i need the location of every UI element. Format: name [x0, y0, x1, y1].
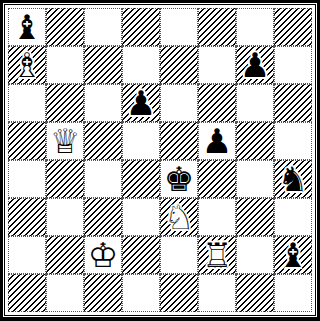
- square-d6[interactable]: ♟♟: [122, 84, 160, 122]
- square-g1[interactable]: [236, 274, 274, 312]
- square-h5[interactable]: [274, 122, 312, 160]
- square-a6[interactable]: [8, 84, 46, 122]
- square-b4[interactable]: [46, 160, 84, 198]
- chessboard-frame: ♝♝♝♗♟♟♟♟♛♕♟♟♚♚♞♞♞♘♚♔♜♖♝♝: [0, 0, 320, 321]
- piece-black-pawn[interactable]: ♟♟: [198, 122, 236, 160]
- square-f3[interactable]: [198, 198, 236, 236]
- square-h6[interactable]: [274, 84, 312, 122]
- piece-black-bishop[interactable]: ♝♝: [8, 8, 46, 46]
- square-e7[interactable]: [160, 46, 198, 84]
- square-h7[interactable]: [274, 46, 312, 84]
- square-c5[interactable]: [84, 122, 122, 160]
- piece-glyph: ♝: [12, 8, 42, 46]
- square-b8[interactable]: [46, 8, 84, 46]
- piece-glyph: ♖: [202, 236, 232, 274]
- square-g2[interactable]: [236, 236, 274, 274]
- square-g8[interactable]: [236, 8, 274, 46]
- square-b7[interactable]: [46, 46, 84, 84]
- square-d3[interactable]: [122, 198, 160, 236]
- board-grid: ♝♝♝♗♟♟♟♟♛♕♟♟♚♚♞♞♞♘♚♔♜♖♝♝: [8, 8, 312, 312]
- square-b5[interactable]: ♛♕: [46, 122, 84, 160]
- piece-white-knight[interactable]: ♞♘: [160, 198, 198, 236]
- square-d5[interactable]: [122, 122, 160, 160]
- square-h4[interactable]: ♞♞: [274, 160, 312, 198]
- piece-glyph: ♘: [164, 198, 194, 236]
- square-c3[interactable]: [84, 198, 122, 236]
- square-g5[interactable]: [236, 122, 274, 160]
- square-f2[interactable]: ♜♖: [198, 236, 236, 274]
- square-g7[interactable]: ♟♟: [236, 46, 274, 84]
- square-c7[interactable]: [84, 46, 122, 84]
- piece-glyph: ♟: [240, 46, 270, 84]
- square-a5[interactable]: [8, 122, 46, 160]
- square-c8[interactable]: [84, 8, 122, 46]
- square-h1[interactable]: [274, 274, 312, 312]
- square-f7[interactable]: [198, 46, 236, 84]
- piece-glyph: ♕: [50, 122, 80, 160]
- square-f4[interactable]: [198, 160, 236, 198]
- piece-white-bishop[interactable]: ♝♗: [8, 46, 46, 84]
- square-e4[interactable]: ♚♚: [160, 160, 198, 198]
- square-e2[interactable]: [160, 236, 198, 274]
- piece-glyph: ♟: [202, 122, 232, 160]
- square-f6[interactable]: [198, 84, 236, 122]
- square-g4[interactable]: [236, 160, 274, 198]
- square-a7[interactable]: ♝♗: [8, 46, 46, 84]
- square-h2[interactable]: ♝♝: [274, 236, 312, 274]
- square-f5[interactable]: ♟♟: [198, 122, 236, 160]
- square-d1[interactable]: [122, 274, 160, 312]
- square-d8[interactable]: [122, 8, 160, 46]
- square-b2[interactable]: [46, 236, 84, 274]
- square-a1[interactable]: [8, 274, 46, 312]
- piece-glyph: ♔: [88, 236, 118, 274]
- square-b1[interactable]: [46, 274, 84, 312]
- square-c4[interactable]: [84, 160, 122, 198]
- piece-white-queen[interactable]: ♛♕: [46, 122, 84, 160]
- square-g3[interactable]: [236, 198, 274, 236]
- square-g6[interactable]: [236, 84, 274, 122]
- piece-glyph: ♝: [278, 236, 308, 274]
- square-c1[interactable]: [84, 274, 122, 312]
- square-a3[interactable]: [8, 198, 46, 236]
- square-h8[interactable]: [274, 8, 312, 46]
- square-d4[interactable]: [122, 160, 160, 198]
- square-c6[interactable]: [84, 84, 122, 122]
- square-e3[interactable]: ♞♘: [160, 198, 198, 236]
- square-e6[interactable]: [160, 84, 198, 122]
- square-c2[interactable]: ♚♔: [84, 236, 122, 274]
- piece-black-pawn[interactable]: ♟♟: [122, 84, 160, 122]
- square-d7[interactable]: [122, 46, 160, 84]
- square-d2[interactable]: [122, 236, 160, 274]
- chessboard-inner-frame: ♝♝♝♗♟♟♟♟♛♕♟♟♚♚♞♞♞♘♚♔♜♖♝♝: [4, 4, 316, 316]
- square-e5[interactable]: [160, 122, 198, 160]
- square-f8[interactable]: [198, 8, 236, 46]
- square-e8[interactable]: [160, 8, 198, 46]
- square-a8[interactable]: ♝♝: [8, 8, 46, 46]
- chessboard-margin: ♝♝♝♗♟♟♟♟♛♕♟♟♚♚♞♞♞♘♚♔♜♖♝♝: [5, 5, 315, 315]
- square-b6[interactable]: [46, 84, 84, 122]
- piece-black-king[interactable]: ♚♚: [160, 160, 198, 198]
- piece-black-knight[interactable]: ♞♞: [274, 160, 312, 198]
- piece-white-king[interactable]: ♚♔: [84, 236, 122, 274]
- square-b3[interactable]: [46, 198, 84, 236]
- piece-glyph: ♞: [278, 160, 308, 198]
- piece-white-rook[interactable]: ♜♖: [198, 236, 236, 274]
- square-f1[interactable]: [198, 274, 236, 312]
- square-a2[interactable]: [8, 236, 46, 274]
- piece-black-pawn[interactable]: ♟♟: [236, 46, 274, 84]
- piece-glyph: ♟: [126, 84, 156, 122]
- square-e1[interactable]: [160, 274, 198, 312]
- piece-glyph: ♚: [164, 160, 194, 198]
- piece-glyph: ♗: [12, 46, 42, 84]
- square-a4[interactable]: [8, 160, 46, 198]
- square-h3[interactable]: [274, 198, 312, 236]
- piece-black-bishop[interactable]: ♝♝: [274, 236, 312, 274]
